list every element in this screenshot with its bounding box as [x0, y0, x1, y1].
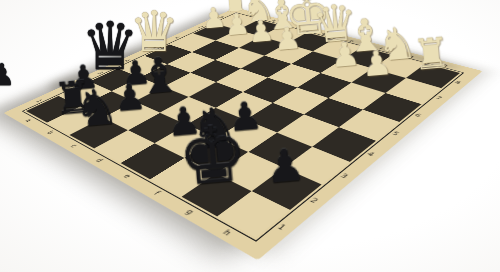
- coordinate-label-4: 4: [365, 151, 376, 158]
- coordinate-label-g: g: [184, 207, 197, 216]
- extra-white-queen[interactable]: ♛: [129, 4, 179, 272]
- coordinate-label-2: 2: [308, 196, 320, 204]
- coordinate-label-7: 7: [434, 95, 443, 100]
- coordinate-label-1: 1: [275, 223, 288, 232]
- piece-white-rook-h8[interactable]: ♜: [410, 32, 451, 77]
- coordinate-label-b: b: [45, 130, 56, 136]
- piece-white-pawn-c7[interactable]: ♟: [247, 15, 276, 47]
- coordinate-label-6: 6: [413, 112, 423, 118]
- coordinate-label-5: 5: [390, 131, 400, 137]
- chess-set-product-photo: abcdefgh abcdefgh 87654321 87654321 ♜♞♝♚…: [0, 0, 500, 272]
- cutoff-black-pawn[interactable]: ♟: [0, 60, 15, 272]
- piece-black-king-g1[interactable]: ♚: [175, 113, 251, 196]
- piece-white-pawn-f7[interactable]: ♟: [329, 37, 361, 72]
- chess-board: abcdefgh abcdefgh 87654321 87654321 ♜♞♝♚…: [3, 8, 482, 261]
- coordinate-label-8: 8: [454, 80, 463, 85]
- coordinate-label-3: 3: [338, 172, 350, 180]
- coordinate-label-a: a: [24, 117, 35, 122]
- piece-white-pawn-g7[interactable]: ♟: [360, 45, 393, 82]
- piece-black-pawn-h2[interactable]: ♟: [263, 142, 306, 189]
- piece-white-pawn-d7[interactable]: ♟: [272, 22, 302, 55]
- coordinate-label-h: h: [221, 228, 235, 237]
- coordinate-label-c: c: [69, 143, 80, 149]
